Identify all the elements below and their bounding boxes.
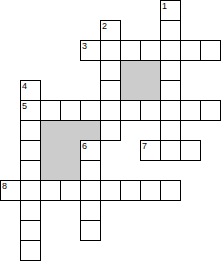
cell-r10c6[interactable] [100, 180, 121, 201]
cell-r1c9[interactable]: 1 [160, 0, 181, 21]
cell-r6c11[interactable] [200, 100, 221, 121]
clue-number-5: 5 [22, 101, 27, 111]
cell-r3c5[interactable]: 3 [80, 40, 101, 61]
cell-r2c9[interactable] [160, 20, 181, 41]
cell-r6c6[interactable] [100, 100, 121, 121]
cell-r5c6[interactable] [100, 80, 121, 101]
cell-r3c7[interactable] [120, 40, 141, 61]
clue-number-6: 6 [82, 141, 87, 151]
clue-number-3: 3 [82, 41, 87, 51]
clue-number-1: 1 [162, 1, 167, 11]
shaded-region-1 [120, 60, 161, 101]
cell-r10c7[interactable] [120, 180, 141, 201]
cell-r11c2[interactable] [20, 200, 41, 221]
clue-number-8: 8 [2, 181, 7, 191]
cell-r8c10[interactable] [180, 140, 201, 161]
cell-r3c10[interactable] [180, 40, 201, 61]
cell-r10c4[interactable] [60, 180, 81, 201]
cell-r8c9[interactable] [160, 140, 181, 161]
cell-r6c5[interactable] [80, 100, 101, 121]
cell-r6c2[interactable]: 5 [20, 100, 41, 121]
cell-r6c8[interactable] [140, 100, 161, 121]
cell-r3c6[interactable] [100, 40, 121, 61]
cell-r5c9[interactable] [160, 80, 181, 101]
cell-r10c1[interactable]: 8 [0, 180, 21, 201]
cell-r8c2[interactable] [20, 140, 41, 161]
cell-r10c5[interactable] [80, 180, 101, 201]
cell-r3c9[interactable] [160, 40, 181, 61]
clue-number-7: 7 [142, 141, 147, 151]
cell-r5c2[interactable]: 4 [20, 80, 41, 101]
cell-r7c6[interactable] [100, 120, 121, 141]
clue-number-4: 4 [22, 81, 27, 91]
cell-r7c9[interactable] [160, 120, 181, 141]
cell-r3c8[interactable] [140, 40, 161, 61]
cell-r12c5[interactable] [80, 220, 101, 241]
cell-r6c7[interactable] [120, 100, 141, 121]
cell-r10c2[interactable] [20, 180, 41, 201]
cell-r6c10[interactable] [180, 100, 201, 121]
cell-r11c5[interactable] [80, 200, 101, 221]
cell-r7c2[interactable] [20, 120, 41, 141]
cell-r8c8[interactable]: 7 [140, 140, 161, 161]
cell-r6c9[interactable] [160, 100, 181, 121]
cell-r6c3[interactable] [40, 100, 61, 121]
crossword-board: 12345678 [0, 0, 221, 261]
cell-r8c5[interactable]: 6 [80, 140, 101, 161]
cell-r2c6[interactable]: 2 [100, 20, 121, 41]
clue-number-2: 2 [102, 21, 107, 31]
cell-r10c9[interactable] [160, 180, 181, 201]
cell-r12c2[interactable] [20, 220, 41, 241]
cell-r13c2[interactable] [20, 240, 41, 261]
cell-r3c11[interactable] [200, 40, 221, 61]
cell-r6c4[interactable] [60, 100, 81, 121]
cell-r10c8[interactable] [140, 180, 161, 201]
cell-r9c5[interactable] [80, 160, 101, 181]
shaded-region-2 [40, 120, 101, 141]
cell-r9c2[interactable] [20, 160, 41, 181]
shaded-region-3 [40, 140, 81, 181]
cell-r4c9[interactable] [160, 60, 181, 81]
cell-r4c6[interactable] [100, 60, 121, 81]
cell-r10c3[interactable] [40, 180, 61, 201]
